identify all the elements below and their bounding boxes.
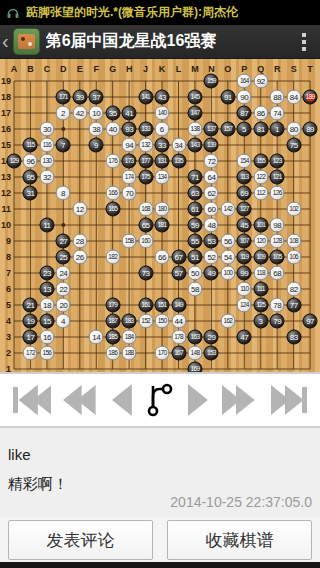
black-stone-Q16: 81	[253, 122, 268, 137]
black-stone-L14: 135	[171, 154, 186, 169]
black-stone-B4: 19	[23, 314, 38, 329]
white-stone-N13: 64	[204, 170, 219, 185]
black-stone-R13: 121	[270, 170, 285, 185]
white-stone-C14: 130	[39, 154, 54, 169]
black-stone-P13: 113	[237, 170, 252, 185]
board-coordinate-letter: J	[143, 65, 148, 74]
black-stone-P12: 69	[237, 186, 252, 201]
white-stone-C3: 16	[39, 330, 54, 345]
white-stone-E11: 12	[72, 202, 87, 217]
black-stone-J7: 73	[138, 266, 153, 281]
white-stone-G12: 166	[105, 186, 120, 201]
black-stone-J16: 133	[138, 122, 153, 137]
board-coordinate-letter: M	[191, 65, 199, 74]
fast-rewind-button[interactable]	[62, 385, 100, 415]
board-coordinate-letter: E	[77, 65, 83, 74]
white-stone-O9: 56	[220, 234, 235, 249]
white-stone-R17: 74	[270, 106, 285, 121]
skip-to-start-button[interactable]	[11, 385, 51, 415]
black-stone-O16: 157	[220, 122, 235, 137]
white-stone-S9: 108	[286, 234, 301, 249]
white-stone-N11: 60	[204, 202, 219, 217]
white-stone-S11: 102	[286, 202, 301, 217]
skip-to-end-button[interactable]	[269, 385, 309, 415]
black-stone-T18: 189	[303, 90, 318, 105]
white-stone-E9: 28	[72, 234, 87, 249]
board-coordinate-number: 7	[1, 269, 11, 278]
white-stone-G16: 40	[105, 122, 120, 137]
white-stone-D12: 8	[56, 186, 71, 201]
white-stone-G14: 176	[105, 154, 120, 169]
board-coordinate-letter: A	[11, 65, 18, 74]
black-stone-P16: 5	[237, 122, 252, 137]
white-stone-K16: 6	[155, 122, 170, 137]
black-stone-G11: 165	[105, 202, 120, 217]
white-stone-H12: 70	[122, 186, 137, 201]
white-stone-C2: 156	[39, 346, 54, 361]
black-stone-C7: 23	[39, 266, 54, 281]
white-stone-H13: 174	[122, 170, 137, 185]
white-stone-N14: 72	[204, 154, 219, 169]
board-coordinate-letter: G	[109, 65, 116, 74]
board-coordinate-number: 9	[1, 237, 11, 246]
white-stone-R12: 126	[270, 186, 285, 201]
black-stone-L2: 167	[171, 346, 186, 361]
black-stone-Q4: 3	[253, 314, 268, 329]
board-coordinate-number: 10	[1, 221, 11, 230]
black-stone-S15: 75	[286, 138, 301, 153]
white-stone-Q7: 118	[253, 266, 268, 281]
white-stone-H9: 158	[122, 234, 137, 249]
black-stone-Q6: 111	[253, 282, 268, 297]
black-stone-M9: 55	[187, 234, 202, 249]
white-stone-R18: 88	[270, 90, 285, 105]
black-stone-L8: 67	[171, 250, 186, 265]
black-stone-N19: 159	[204, 74, 219, 89]
black-stone-H4: 183	[122, 314, 137, 329]
black-stone-M12: 63	[187, 186, 202, 201]
black-stone-C6: 13	[39, 282, 54, 297]
white-stone-E8: 26	[72, 250, 87, 265]
footer-button-row: 发表评论 收藏棋谱	[0, 517, 320, 562]
white-stone-M16: 138	[187, 122, 202, 137]
black-stone-J13: 175	[138, 170, 153, 185]
black-stone-L7: 57	[171, 266, 186, 281]
white-stone-Q17: 86	[253, 106, 268, 121]
black-stone-G17: 35	[105, 106, 120, 121]
white-stone-D5: 20	[56, 298, 71, 313]
white-stone-R9: 128	[270, 234, 285, 249]
post-comment-button[interactable]: 发表评论	[8, 520, 153, 560]
white-stone-S8: 106	[286, 250, 301, 265]
board-coordinate-letter: D	[60, 65, 67, 74]
white-stone-P19: 164	[237, 74, 252, 89]
black-stone-K15: 33	[155, 138, 170, 153]
white-stone-M7: 50	[187, 266, 202, 281]
black-stone-G4: 187	[105, 314, 120, 329]
black-stone-N7: 49	[204, 266, 219, 281]
white-stone-D7: 24	[56, 266, 71, 281]
overflow-menu-icon[interactable]	[294, 33, 320, 51]
white-stone-P18: 90	[237, 90, 252, 105]
black-stone-D18: 171	[56, 90, 71, 105]
comment-line: 精彩啊！	[8, 475, 312, 494]
black-stone-B12: 31	[23, 186, 38, 201]
white-stone-C15: 116	[39, 138, 54, 153]
comment-line: like	[8, 446, 312, 463]
black-stone-T4: 97	[303, 314, 318, 329]
white-stone-R5: 78	[270, 298, 285, 313]
black-stone-P8: 119	[237, 250, 252, 265]
white-stone-K17: 140	[155, 106, 170, 121]
page-title: 第6届中国龙星战16强赛	[46, 31, 294, 52]
white-stone-K13: 134	[155, 170, 170, 185]
black-stone-M17: 147	[187, 106, 202, 121]
black-stone-N9: 53	[204, 234, 219, 249]
white-stone-J4: 152	[138, 314, 153, 329]
white-stone-P14: 154	[237, 154, 252, 169]
fast-forward-button[interactable]	[221, 385, 259, 415]
comment-timestamp: 2014-10-25 22:37:05.0	[170, 494, 312, 510]
black-stone-K14: 131	[155, 154, 170, 169]
black-stone-R14: 123	[270, 154, 285, 169]
board-coordinate-number: 4	[1, 317, 11, 326]
white-stone-R10: 98	[270, 218, 285, 233]
board-coordinate-letter: O	[224, 65, 231, 74]
board-coordinate-number: 16	[1, 125, 11, 134]
black-stone-H14: 173	[122, 154, 137, 169]
white-stone-G8: 182	[105, 250, 120, 265]
black-stone-P9: 107	[237, 234, 252, 249]
board-coordinate-number: 3	[1, 333, 11, 342]
black-stone-T16: 89	[303, 122, 318, 137]
black-stone-N16: 137	[204, 122, 219, 137]
board-coordinate-letter: F	[94, 65, 100, 74]
back-chevron-icon[interactable]: ‹	[0, 31, 11, 53]
black-stone-K10: 181	[155, 218, 170, 233]
board-coordinate-letter: R	[274, 65, 281, 74]
black-stone-N2: 153	[204, 346, 219, 361]
black-stone-S3: 83	[286, 330, 301, 345]
white-stone-L4: 44	[171, 314, 186, 329]
black-stone-Q14: 155	[253, 154, 268, 169]
app-screen: 踮脚张望的时光.*(微音乐用户群):周杰伦 ‹ 第6届中国龙星战16强赛 ABC…	[0, 0, 320, 568]
black-stone-J14: 177	[138, 154, 153, 169]
board-coordinate-number: 18	[1, 93, 11, 102]
step-forward-button[interactable]	[186, 384, 210, 416]
black-stone-Q5: 125	[253, 298, 268, 313]
board-coordinate-letter: H	[126, 65, 133, 74]
notification-text: 踮脚张望的时光.*(微音乐用户群):周杰伦	[26, 4, 238, 21]
step-back-button[interactable]	[110, 384, 134, 416]
black-stone-K18: 43	[155, 90, 170, 105]
black-stone-N3: 29	[204, 330, 219, 345]
black-stone-P7: 99	[237, 266, 252, 281]
white-stone-Q12: 112	[253, 186, 268, 201]
white-stone-Q13: 122	[253, 170, 268, 185]
black-stone-L5: 149	[171, 298, 186, 313]
white-stone-H15: 94	[122, 138, 137, 153]
board-coordinate-number: 2	[1, 349, 11, 358]
board-coordinate-letter: K	[159, 65, 166, 74]
white-stone-G2: 186	[105, 346, 120, 361]
white-stone-S6: 82	[286, 282, 301, 297]
black-stone-F18: 37	[89, 90, 104, 105]
white-stone-K8: 66	[155, 250, 170, 265]
black-stone-R8: 105	[270, 250, 285, 265]
board-coordinate-letter: B	[27, 65, 34, 74]
black-stone-M3: 163	[187, 330, 202, 345]
black-stone-C4: 15	[39, 314, 54, 329]
white-stone-R7: 68	[270, 266, 285, 281]
white-stone-N8: 52	[204, 250, 219, 265]
playback-controls	[0, 372, 320, 428]
white-stone-F17: 10	[89, 106, 104, 121]
board-coordinate-number: 6	[1, 285, 11, 294]
black-stone-R16: 1	[270, 122, 285, 137]
white-stone-H3: 184	[122, 330, 137, 345]
black-stone-M11: 61	[187, 202, 202, 217]
comments-section: like 精彩啊！ 2014-10-25 22:37:05.0	[0, 428, 320, 517]
black-stone-H16: 93	[122, 122, 137, 137]
headset-icon	[6, 6, 20, 20]
black-stone-Q10: 101	[253, 218, 268, 233]
black-stone-K5: 151	[155, 298, 170, 313]
white-stone-S18: 84	[286, 90, 301, 105]
black-stone-M18: 145	[187, 90, 202, 105]
board-coordinate-number: 13	[1, 173, 11, 182]
white-stone-N10: 48	[204, 218, 219, 233]
black-stone-O18: 91	[220, 90, 235, 105]
white-stone-D4: 4	[56, 314, 71, 329]
black-stone-N15: 139	[204, 138, 219, 153]
white-stone-C5: 18	[39, 298, 54, 313]
black-stone-S5: 77	[286, 298, 301, 313]
white-stone-F3: 14	[89, 330, 104, 345]
white-stone-J9: 160	[138, 234, 153, 249]
white-stone-J15: 132	[138, 138, 153, 153]
black-stone-G3: 185	[105, 330, 120, 345]
black-stone-R4: 79	[270, 314, 285, 329]
black-stone-M8: 51	[187, 250, 202, 265]
white-stone-E17: 42	[72, 106, 87, 121]
black-stone-G5: 179	[105, 298, 120, 313]
board-coordinate-number: 19	[1, 77, 11, 86]
favorite-kifu-button[interactable]: 收藏棋谱	[167, 520, 312, 560]
white-stone-C16: 30	[39, 122, 54, 137]
white-stone-O8: 54	[220, 250, 235, 265]
black-stone-M13: 71	[187, 170, 202, 185]
white-stone-L3: 178	[171, 330, 186, 345]
board-coordinate-number: 8	[1, 253, 11, 262]
board-coordinate-letter: C	[44, 65, 51, 74]
black-stone-A14: 129	[7, 154, 22, 169]
board-coordinate-number: 12	[1, 189, 11, 198]
black-stone-B15: 115	[23, 138, 38, 153]
white-stone-H2: 188	[122, 346, 137, 361]
black-stone-P17: 87	[237, 106, 252, 121]
white-stone-J11: 168	[138, 202, 153, 217]
black-stone-M10: 59	[187, 218, 202, 233]
black-stone-C10: 11	[39, 218, 54, 233]
white-stone-K2: 170	[155, 346, 170, 361]
white-stone-N12: 62	[204, 186, 219, 201]
white-stone-O7: 100	[220, 266, 235, 281]
black-stone-E18: 39	[72, 90, 87, 105]
white-stone-S16: 80	[286, 122, 301, 137]
black-stone-D15: 7	[56, 138, 71, 153]
board-coordinate-letter: T	[307, 65, 313, 74]
go-board[interactable]: ABCDEFGHJKLMNOPQRST191817161514131211109…	[0, 59, 320, 372]
title-bar: ‹ 第6届中国龙星战16强赛	[0, 25, 320, 59]
black-stone-D9: 27	[56, 234, 71, 249]
white-stone-K4: 150	[155, 314, 170, 329]
board-coordinate-number: 5	[1, 301, 11, 310]
white-stone-D17: 2	[56, 106, 71, 121]
black-stone-P10: 45	[237, 218, 252, 233]
board-coordinate-number: 17	[1, 109, 11, 118]
white-stone-P6: 110	[237, 282, 252, 297]
white-stone-Q19: 92	[253, 74, 268, 89]
white-stone-B2: 172	[23, 346, 38, 361]
white-stone-P5: 124	[237, 298, 252, 313]
black-stone-P11: 127	[237, 202, 252, 217]
black-stone-D8: 25	[56, 250, 71, 265]
black-stone-P3: 47	[237, 330, 252, 345]
white-stone-M6: 58	[187, 282, 202, 297]
black-stone-M15: 143	[187, 138, 202, 153]
white-stone-B14: 96	[23, 154, 38, 169]
status-bar: 踮脚张望的时光.*(微音乐用户群):周杰伦	[0, 0, 320, 25]
white-stone-O4: 162	[220, 314, 235, 329]
black-stone-B13: 95	[23, 170, 38, 185]
board-coordinate-letter: L	[176, 65, 182, 74]
white-stone-O11: 142	[220, 202, 235, 217]
white-stone-L15: 34	[171, 138, 186, 153]
variation-branch-button[interactable]	[145, 382, 175, 418]
white-stone-D6: 22	[56, 282, 71, 297]
white-stone-K11: 180	[155, 202, 170, 217]
black-stone-H17: 41	[122, 106, 137, 121]
black-stone-J10: 65	[138, 218, 153, 233]
white-stone-Q9: 120	[253, 234, 268, 249]
black-stone-J18: 141	[138, 90, 153, 105]
app-icon[interactable]	[13, 28, 40, 55]
black-stone-Q8: 109	[253, 250, 268, 265]
white-stone-F16: 38	[89, 122, 104, 137]
black-stone-B3: 17	[23, 330, 38, 345]
black-stone-F15: 9	[89, 138, 104, 153]
bottom-edge-strip	[0, 562, 320, 568]
black-stone-J5: 161	[138, 298, 153, 313]
white-stone-C13: 32	[39, 170, 54, 185]
board-coordinate-number: 15	[1, 141, 11, 150]
black-stone-B5: 21	[23, 298, 38, 313]
board-coordinate-letter: S	[291, 65, 297, 74]
board-coordinate-number: 11	[1, 205, 11, 214]
white-stone-M2: 148	[187, 346, 202, 361]
